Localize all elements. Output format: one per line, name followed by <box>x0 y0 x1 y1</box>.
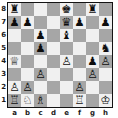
square-f7[interactable]: ♟ <box>73 16 86 29</box>
rank-label-7: 7 <box>0 16 6 29</box>
square-b7[interactable]: ♟ <box>21 16 34 29</box>
square-g1[interactable] <box>86 94 99 107</box>
piece-black-pawn-c5[interactable]: ♟ <box>34 42 47 55</box>
piece-white-bishop-c1[interactable]: ♗ <box>34 94 47 107</box>
square-f5[interactable] <box>73 42 86 55</box>
square-e2[interactable] <box>60 81 73 94</box>
square-d4[interactable] <box>47 55 60 68</box>
file-label-e: e <box>60 109 73 118</box>
file-label-b: b <box>21 109 34 118</box>
piece-white-rook-a1[interactable]: ♖ <box>8 94 21 107</box>
chess-board: ♜♚♜♟♟♛♟♟♟♝♟♞♕♙♟♙♙♙♙♙♙♖♘♗♖♔ <box>7 2 113 108</box>
rank-label-8: 8 <box>0 3 6 16</box>
file-label-d: d <box>47 109 60 118</box>
square-f6[interactable] <box>73 29 86 42</box>
square-b5[interactable] <box>21 42 34 55</box>
square-b6[interactable] <box>21 29 34 42</box>
square-d5[interactable] <box>47 42 60 55</box>
square-b1[interactable]: ♘ <box>21 94 34 107</box>
piece-black-pawn-b7[interactable]: ♟ <box>21 16 34 29</box>
piece-black-pawn-f7[interactable]: ♟ <box>73 16 86 29</box>
square-g3[interactable]: ♙ <box>86 68 99 81</box>
piece-black-rook-g8[interactable]: ♜ <box>86 3 99 16</box>
square-e1[interactable] <box>60 94 73 107</box>
square-g2[interactable] <box>86 81 99 94</box>
file-label-f: f <box>73 109 86 118</box>
file-label-a: a <box>8 109 21 118</box>
chess-diagram: ♜♚♜♟♟♛♟♟♟♝♟♞♕♙♟♙♙♙♙♙♙♖♘♗♖♔ 87654321 abcd… <box>0 0 118 118</box>
piece-black-pawn-h7[interactable]: ♟ <box>99 16 112 29</box>
square-a4[interactable]: ♕ <box>8 55 21 68</box>
piece-white-pawn-c3[interactable]: ♙ <box>34 68 47 81</box>
square-d1[interactable] <box>47 94 60 107</box>
square-c1[interactable]: ♗ <box>34 94 47 107</box>
square-g6[interactable] <box>86 29 99 42</box>
file-label-c: c <box>34 109 47 118</box>
rank-labels: 87654321 <box>0 3 6 107</box>
square-e6[interactable]: ♝ <box>60 29 73 42</box>
square-f1[interactable]: ♖ <box>73 94 86 107</box>
piece-black-bishop-e6[interactable]: ♝ <box>60 29 73 42</box>
piece-white-pawn-e4[interactable]: ♙ <box>60 55 73 68</box>
piece-white-rook-f1[interactable]: ♖ <box>73 94 86 107</box>
square-f4[interactable] <box>73 55 86 68</box>
square-b4[interactable] <box>21 55 34 68</box>
piece-white-pawn-h4[interactable]: ♙ <box>99 55 112 68</box>
square-h4[interactable]: ♙ <box>99 55 112 68</box>
square-d3[interactable] <box>47 68 60 81</box>
piece-white-pawn-g3[interactable]: ♙ <box>86 68 99 81</box>
file-labels: abcdefgh <box>8 109 112 118</box>
square-h1[interactable]: ♔ <box>99 94 112 107</box>
square-h3[interactable] <box>99 68 112 81</box>
piece-white-king-h1[interactable]: ♔ <box>99 94 112 107</box>
rank-label-6: 6 <box>0 29 6 42</box>
square-a1[interactable]: ♖ <box>8 94 21 107</box>
square-d8[interactable] <box>47 3 60 16</box>
rank-label-2: 2 <box>0 81 6 94</box>
piece-white-queen-a4[interactable]: ♕ <box>8 55 21 68</box>
rank-label-1: 1 <box>0 94 6 107</box>
rank-label-4: 4 <box>0 55 6 68</box>
square-d6[interactable] <box>47 29 60 42</box>
square-c8[interactable] <box>34 3 47 16</box>
square-d2[interactable] <box>47 81 60 94</box>
square-a7[interactable]: ♟ <box>8 16 21 29</box>
rank-label-5: 5 <box>0 42 6 55</box>
piece-white-knight-b1[interactable]: ♘ <box>21 94 34 107</box>
rank-label-3: 3 <box>0 68 6 81</box>
file-label-h: h <box>99 109 112 118</box>
square-e4[interactable]: ♙ <box>60 55 73 68</box>
square-h7[interactable]: ♟ <box>99 16 112 29</box>
square-c5[interactable]: ♟ <box>34 42 47 55</box>
square-e3[interactable] <box>60 68 73 81</box>
square-c3[interactable]: ♙ <box>34 68 47 81</box>
file-label-g: g <box>86 109 99 118</box>
square-g8[interactable]: ♜ <box>86 3 99 16</box>
square-g7[interactable] <box>86 16 99 29</box>
square-d7[interactable] <box>47 16 60 29</box>
square-a6[interactable] <box>8 29 21 42</box>
piece-black-pawn-a7[interactable]: ♟ <box>8 16 21 29</box>
